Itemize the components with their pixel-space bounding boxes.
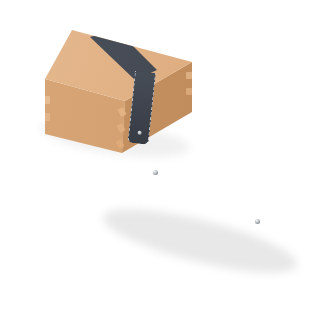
product-photo: [0, 0, 320, 320]
pieces-layer: [0, 0, 320, 320]
drawer-knob-left: [153, 170, 158, 175]
drawer-knob-right: [255, 219, 260, 224]
